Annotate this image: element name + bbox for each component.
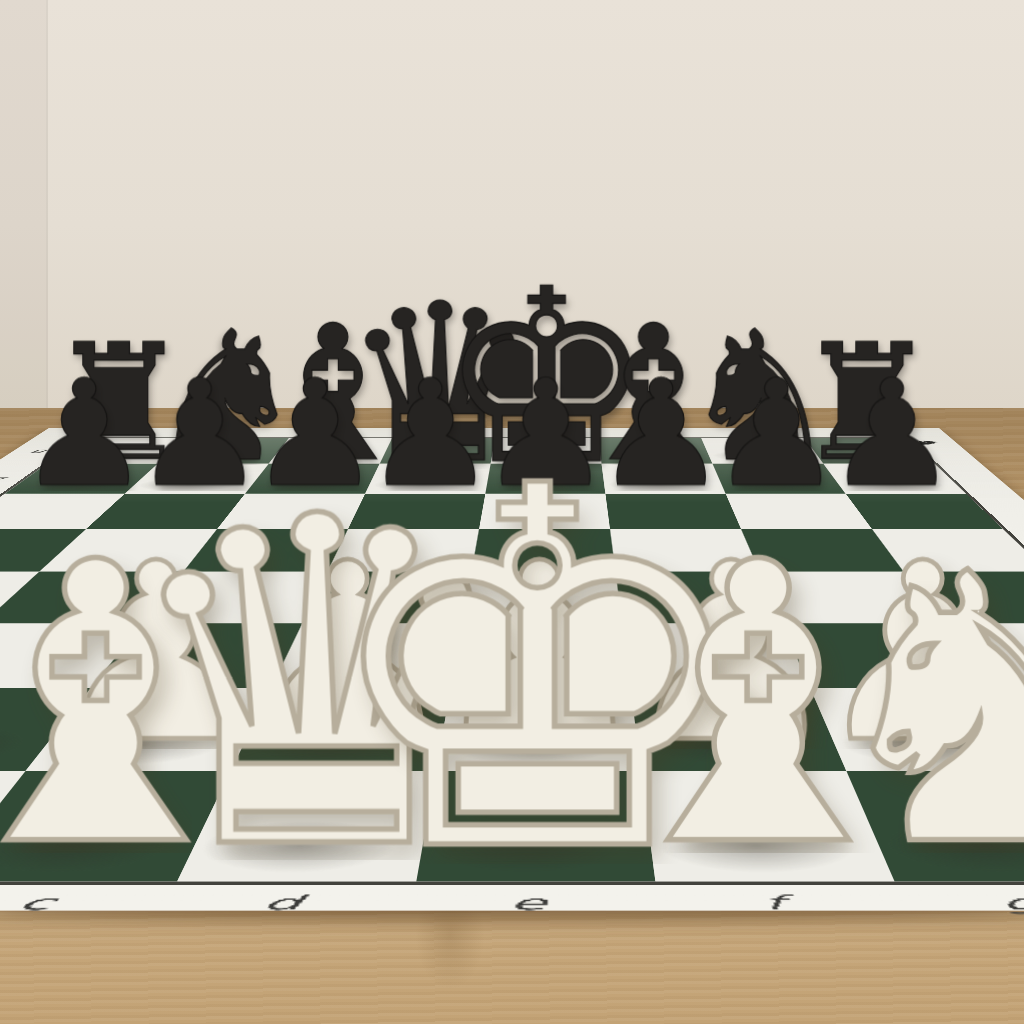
file-label-c: c: [0, 892, 165, 911]
file-label-e: e: [404, 892, 652, 911]
file-label-g: g: [892, 892, 1024, 911]
piece-shadow-d1: [186, 820, 406, 874]
vinyl-chess-mat: ♜♞♝♛♚♝♞♜♟♟♟♟♟♟♟♟♟♟♟♟♟♟♟♟♜♞♝♛♚♝♞♜ abcdefg…: [0, 428, 1024, 911]
chess-board: ♜♞♝♛♚♝♞♜♟♟♟♟♟♟♟♟♟♟♟♟♟♟♟♟♜♞♝♛♚♝♞♜: [0, 437, 1024, 885]
chess-photo-scene: ♜♞♝♛♚♝♞♜♟♟♟♟♟♟♟♟♟♟♟♟♟♟♟♟♜♞♝♛♚♝♞♜ abcdefg…: [0, 0, 1024, 1024]
file-label-d: d: [156, 892, 408, 911]
piece-shadow-c1: [0, 820, 185, 874]
file-label-f: f: [649, 892, 899, 911]
piece-shadow-e1: [422, 820, 630, 874]
piece-shadow-g1: [872, 820, 1024, 874]
piece-shadow-f1: [652, 820, 868, 874]
square-g1[interactable]: ♞: [846, 771, 1024, 881]
